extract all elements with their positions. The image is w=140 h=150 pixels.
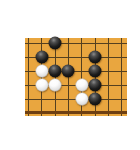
white-stone: [35, 65, 48, 78]
grid-line-vertical: [108, 38, 109, 116]
white-stone: [49, 79, 62, 92]
black-stone: [49, 65, 62, 78]
grid-line-vertical: [121, 38, 122, 116]
black-stone: [89, 65, 102, 78]
white-stone: [35, 79, 48, 92]
board-edge-line: [25, 111, 127, 114]
black-stone: [62, 65, 75, 78]
black-stone: [35, 51, 48, 64]
grid-line-vertical: [28, 38, 29, 116]
black-stone: [49, 37, 62, 50]
black-stone: [89, 51, 102, 64]
go-board[interactable]: [25, 38, 127, 116]
white-stone: [75, 93, 88, 106]
black-stone: [89, 79, 102, 92]
grid-line-horizontal: [25, 43, 127, 44]
page-background: [0, 0, 140, 150]
white-stone: [75, 79, 88, 92]
black-stone: [89, 93, 102, 106]
